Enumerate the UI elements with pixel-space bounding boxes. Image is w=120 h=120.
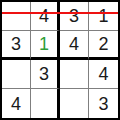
cell-r1c3[interactable]: 3 <box>60 2 89 31</box>
cell-r1c4[interactable]: 1 <box>89 2 118 31</box>
cell-r4c3[interactable] <box>60 89 89 118</box>
cell-digit: 2 <box>98 35 108 53</box>
cell-r2c3[interactable]: 4 <box>60 31 89 60</box>
cell-r1c2[interactable]: 4 <box>31 2 60 31</box>
cell-r2c1[interactable]: 3 <box>2 31 31 60</box>
cell-r4c1[interactable]: 4 <box>2 89 31 118</box>
cell-r2c2[interactable]: 1 <box>31 31 60 60</box>
cell-r4c4[interactable]: 3 <box>89 89 118 118</box>
cell-r3c4[interactable]: 4 <box>89 60 118 89</box>
cell-r3c1[interactable] <box>2 60 31 89</box>
cell-digit: 3 <box>98 95 108 113</box>
cell-r4c2[interactable] <box>31 89 60 118</box>
cell-r1c1[interactable] <box>2 2 31 31</box>
cell-digit: 4 <box>69 35 79 53</box>
cell-digit: 4 <box>39 7 49 25</box>
cell-digit: 3 <box>39 65 49 83</box>
cell-digit: 3 <box>11 35 21 53</box>
cell-digit: 3 <box>69 7 79 25</box>
cell-digit: 1 <box>39 35 49 53</box>
cell-digit: 4 <box>98 65 108 83</box>
sudoku-grid: 43131423443 <box>0 0 120 120</box>
cell-r3c2[interactable]: 3 <box>31 60 60 89</box>
cell-r3c3[interactable] <box>60 60 89 89</box>
cell-r2c4[interactable]: 2 <box>89 31 118 60</box>
sudoku-board: 43131423443 <box>0 0 120 120</box>
cell-digit: 1 <box>98 7 108 25</box>
cell-digit: 4 <box>11 95 21 113</box>
